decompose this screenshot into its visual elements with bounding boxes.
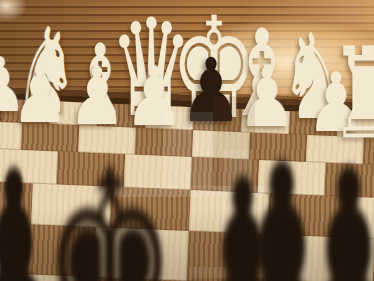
board-square [31,183,112,227]
board-square [97,103,146,128]
board-square [337,113,374,138]
board-square [124,154,192,190]
board-square [241,109,290,134]
board-square [49,101,98,126]
board-square [289,111,338,136]
board-square [1,223,96,277]
board-square [110,187,191,231]
chess-photo-scene: ♞♝♛♚♝♞♜♟♟♟♟♟♟♟ ♟♚♟♟♟ [0,0,374,281]
board-square [0,121,22,150]
board-square [94,227,189,281]
board-square [191,157,259,193]
board-square [325,163,374,199]
board-square [57,151,125,187]
board-square [347,197,374,241]
board-square [0,149,58,185]
board-square [306,135,364,164]
board-square [135,128,193,157]
chessboard [0,83,374,281]
board-square [145,105,194,130]
board-square [0,180,33,224]
board-square [78,125,136,154]
board-square [249,133,307,162]
board-square [280,235,374,281]
board-square [258,160,326,196]
board-square [192,130,250,159]
board-square [268,193,349,237]
board-square [21,123,79,152]
board-square [187,231,282,281]
board-square [1,99,50,124]
board-square [189,190,270,234]
board-square [193,107,242,132]
board-square [363,137,374,166]
